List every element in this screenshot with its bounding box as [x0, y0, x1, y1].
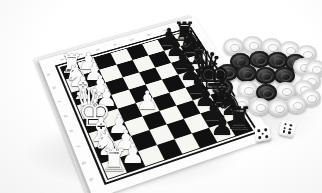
die-pip	[257, 129, 260, 132]
disc-ring	[282, 88, 292, 96]
file-label-c: c	[54, 94, 65, 110]
disc-ring	[230, 44, 240, 52]
die-pip	[264, 128, 267, 131]
die-pip	[284, 123, 287, 126]
checker-disc-white	[249, 98, 270, 115]
die-pip	[265, 135, 268, 138]
checker-disc-black	[255, 67, 276, 84]
disc-ring	[274, 58, 284, 66]
checker-disc-white	[230, 95, 251, 112]
die-pip	[283, 126, 286, 129]
disc-ring	[262, 73, 272, 81]
disc-ring	[275, 105, 285, 113]
die-pip	[261, 132, 264, 135]
die-pip	[288, 131, 291, 134]
checker-disc-black	[212, 79, 233, 96]
disc-ring	[237, 101, 247, 109]
disc-ring	[256, 104, 266, 112]
disc-ring	[307, 95, 317, 103]
disc-ring	[281, 73, 291, 81]
die-pip	[289, 124, 292, 127]
die-1-showing-5	[254, 125, 271, 142]
disc-ring	[249, 42, 259, 50]
disc-ring	[293, 102, 303, 110]
disc-ring	[268, 44, 278, 52]
product-photo-scene: 87654321 abcdefgh ♜♞♝♛♚♝♞♜♟♟♟♟♟♟♟♟♟♟♟♟♟♟…	[0, 0, 322, 193]
checker-disc-white	[286, 96, 307, 113]
disc-ring	[219, 85, 229, 93]
die-pip	[258, 136, 261, 139]
disc-ring	[243, 71, 253, 79]
disc-ring	[244, 87, 254, 95]
die-pip	[289, 128, 292, 131]
die-pip	[283, 130, 286, 133]
checker-disc-white	[268, 99, 289, 116]
disc-ring	[224, 70, 234, 78]
checkers-pile	[205, 38, 322, 158]
disc-ring	[256, 57, 266, 65]
checker-disc-black	[236, 65, 257, 82]
disc-ring	[263, 90, 273, 98]
die-2-showing-6	[279, 120, 297, 138]
